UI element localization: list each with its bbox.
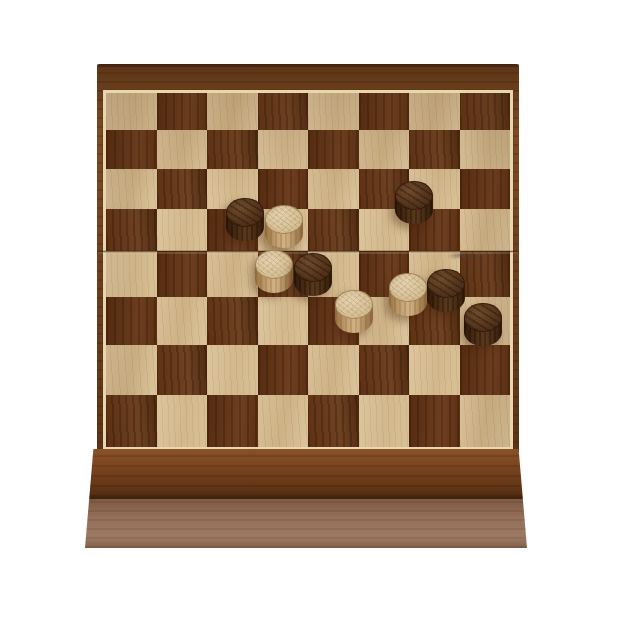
square-d3[interactable] xyxy=(258,297,309,345)
square-e1[interactable] xyxy=(308,395,359,447)
dark-piece-top-face xyxy=(395,181,433,210)
checker-piece-light[interactable] xyxy=(255,250,293,294)
square-a3[interactable] xyxy=(106,297,157,345)
square-h8[interactable] xyxy=(460,93,511,130)
square-d6[interactable] xyxy=(258,169,309,209)
square-g2[interactable] xyxy=(409,345,460,395)
dark-piece-top-face xyxy=(294,253,332,282)
square-a7[interactable] xyxy=(106,130,157,169)
checker-piece-dark[interactable] xyxy=(294,253,332,297)
square-f8[interactable] xyxy=(359,93,410,130)
square-g8[interactable] xyxy=(409,93,460,130)
square-d7[interactable] xyxy=(258,130,309,169)
square-a2[interactable] xyxy=(106,345,157,395)
square-d1[interactable] xyxy=(258,395,309,447)
checker-piece-dark[interactable] xyxy=(464,303,502,347)
square-f1[interactable] xyxy=(359,395,410,447)
square-b4[interactable] xyxy=(157,251,208,297)
square-c2[interactable] xyxy=(207,345,258,395)
board-box-side xyxy=(85,449,527,548)
square-h1[interactable] xyxy=(460,395,511,447)
square-e8[interactable] xyxy=(308,93,359,130)
checker-piece-dark[interactable] xyxy=(395,181,433,225)
checker-piece-dark[interactable] xyxy=(427,269,465,313)
light-piece-top-face xyxy=(335,290,373,319)
light-piece-top-face xyxy=(255,250,293,279)
square-c3[interactable] xyxy=(207,297,258,345)
photo-scene xyxy=(0,0,620,620)
square-h2[interactable] xyxy=(460,345,511,395)
square-e6[interactable] xyxy=(308,169,359,209)
square-e2[interactable] xyxy=(308,345,359,395)
checker-piece-light[interactable] xyxy=(389,273,427,317)
square-b8[interactable] xyxy=(157,93,208,130)
square-d8[interactable] xyxy=(258,93,309,130)
checker-piece-light[interactable] xyxy=(335,290,373,334)
square-e7[interactable] xyxy=(308,130,359,169)
light-piece-top-face xyxy=(265,205,303,234)
square-c7[interactable] xyxy=(207,130,258,169)
square-h5[interactable] xyxy=(460,209,511,251)
square-b2[interactable] xyxy=(157,345,208,395)
dark-piece-top-face xyxy=(226,198,264,227)
square-g1[interactable] xyxy=(409,395,460,447)
square-a5[interactable] xyxy=(106,209,157,251)
square-f7[interactable] xyxy=(359,130,410,169)
square-a8[interactable] xyxy=(106,93,157,130)
square-b5[interactable] xyxy=(157,209,208,251)
dark-piece-top-face xyxy=(464,303,502,332)
square-c1[interactable] xyxy=(207,395,258,447)
square-b1[interactable] xyxy=(157,395,208,447)
square-h6[interactable] xyxy=(460,169,511,209)
square-d2[interactable] xyxy=(258,345,309,395)
box-side-panel xyxy=(85,497,527,548)
square-h4[interactable] xyxy=(460,251,511,297)
light-piece-top-face xyxy=(389,273,427,302)
square-c8[interactable] xyxy=(207,93,258,130)
square-a4[interactable] xyxy=(106,251,157,297)
square-f2[interactable] xyxy=(359,345,410,395)
checker-piece-light[interactable] xyxy=(265,205,303,249)
square-b6[interactable] xyxy=(157,169,208,209)
square-b3[interactable] xyxy=(157,297,208,345)
square-c4[interactable] xyxy=(207,251,258,297)
checker-piece-dark[interactable] xyxy=(226,198,264,242)
square-a1[interactable] xyxy=(106,395,157,447)
square-a6[interactable] xyxy=(106,169,157,209)
square-e5[interactable] xyxy=(308,209,359,251)
square-b7[interactable] xyxy=(157,130,208,169)
square-h7[interactable] xyxy=(460,130,511,169)
board-bevel-edge xyxy=(85,449,527,497)
square-g7[interactable] xyxy=(409,130,460,169)
dark-piece-top-face xyxy=(427,269,465,298)
